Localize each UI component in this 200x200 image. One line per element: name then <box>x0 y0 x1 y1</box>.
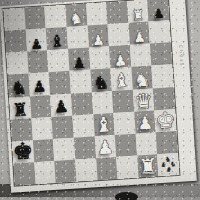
square-g1: ♜ <box>137 154 159 177</box>
white-pawn-g7: ♟ <box>133 30 146 44</box>
square-f4 <box>112 89 134 112</box>
white-pawn-f6: ♟ <box>113 53 127 68</box>
black-king-a2: ♚ <box>12 139 34 163</box>
black-rook-a4: ♜ <box>12 100 29 119</box>
chessboard-photo: ♞♜♟♟♝♟♟♟♟♞♟♞♝♞♜♟♛♝♟♚♚♟♜♞♞♞♞ Chess <box>0 0 200 200</box>
square-a8 <box>3 8 25 31</box>
square-d3 <box>72 114 94 137</box>
white-queen-g4: ♛ <box>134 90 153 111</box>
square-b4 <box>30 95 52 118</box>
square-f3 <box>113 111 135 134</box>
black-pawn-b5: ♟ <box>32 79 47 95</box>
square-h7 <box>149 20 171 43</box>
white-pawn-g3: ♟ <box>137 115 154 133</box>
square-d6: ♟ <box>68 48 90 71</box>
black-pawn-d6: ♟ <box>72 56 86 71</box>
square-b2 <box>32 139 54 162</box>
square-d7 <box>67 26 89 49</box>
square-f1 <box>116 155 138 178</box>
black-pawn-c4: ♟ <box>53 99 69 116</box>
black-knight-a5: ♞ <box>10 78 27 97</box>
square-g5: ♞ <box>131 66 153 89</box>
white-pawn-e7: ♟ <box>92 33 105 47</box>
square-g3: ♟ <box>134 110 156 133</box>
square-h5 <box>152 65 174 88</box>
square-c3 <box>52 115 74 138</box>
square-h2 <box>156 131 178 154</box>
square-b8 <box>24 6 46 29</box>
square-c2 <box>53 137 75 160</box>
square-h6 <box>150 42 172 65</box>
white-rook-g1: ♜ <box>138 155 158 177</box>
board-grid: ♞♜♟♟♝♟♟♟♟♞♟♞♝♞♜♟♛♝♟♚♚♟♜♞♞♞♞ <box>3 0 179 186</box>
square-e3: ♝ <box>93 113 115 136</box>
square-f5: ♝ <box>111 67 133 90</box>
square-h8: ♟ <box>147 0 169 22</box>
square-b3 <box>31 117 53 140</box>
corner-knight-emblem: ♞♞♞♞ <box>160 157 176 174</box>
square-a4: ♜ <box>9 96 31 119</box>
square-c4: ♟ <box>50 93 72 116</box>
square-d5 <box>69 70 91 93</box>
white-bishop-e3: ♝ <box>94 114 114 136</box>
white-pawn-e2: ♟ <box>97 139 115 158</box>
square-f2 <box>115 133 137 156</box>
white-bishop-f5: ♝ <box>113 71 131 90</box>
white-king-h3: ♚ <box>155 109 176 132</box>
square-e8 <box>86 2 108 25</box>
square-c6 <box>47 49 69 72</box>
square-f7 <box>108 23 130 46</box>
board-brand-text: Chess <box>178 44 189 114</box>
square-e6 <box>89 46 111 69</box>
chessboard: ♞♜♟♟♝♟♟♟♟♞♟♞♝♞♜♟♛♝♟♚♚♟♜♞♞♞♞ Chess <box>0 0 197 193</box>
square-c8 <box>45 5 67 28</box>
black-knight-e5: ♞ <box>92 73 109 92</box>
square-h3: ♚ <box>155 109 177 132</box>
square-b1 <box>34 161 56 184</box>
square-e2: ♟ <box>94 135 116 158</box>
square-a3 <box>10 118 32 141</box>
square-e7: ♟ <box>87 24 109 47</box>
square-d8: ♞ <box>65 4 87 27</box>
black-bishop-c7: ♝ <box>49 33 65 50</box>
square-a2: ♚ <box>12 140 34 163</box>
captured-piece <box>115 192 138 200</box>
square-a1 <box>13 162 35 185</box>
square-g8: ♜ <box>127 0 149 23</box>
black-pawn-b7: ♟ <box>30 37 43 51</box>
square-c1 <box>55 159 77 182</box>
square-h4 <box>153 87 175 110</box>
white-knight-g5: ♞ <box>134 70 151 89</box>
emblem-knight-icon: ♞ <box>165 166 172 173</box>
square-e1 <box>96 157 118 180</box>
white-knight-d8: ♞ <box>69 11 83 27</box>
square-g6 <box>130 44 152 67</box>
square-f8 <box>106 1 128 24</box>
square-a6 <box>6 52 28 75</box>
square-b7: ♟ <box>25 28 47 51</box>
square-b5: ♟ <box>28 73 50 96</box>
square-f6: ♟ <box>109 45 131 68</box>
square-b6 <box>27 50 49 73</box>
square-c7: ♝ <box>46 27 68 50</box>
square-d2 <box>74 136 96 159</box>
square-g2 <box>135 132 157 155</box>
square-e5: ♞ <box>90 69 112 92</box>
square-d4 <box>71 92 93 115</box>
white-rook-g8: ♜ <box>131 8 144 23</box>
square-g7: ♟ <box>128 22 150 45</box>
square-e4 <box>91 91 113 114</box>
square-h1: ♞♞♞♞ <box>157 153 179 176</box>
square-a7 <box>5 30 27 53</box>
black-pawn-h8: ♟ <box>153 8 165 21</box>
square-g4: ♛ <box>133 88 155 111</box>
square-d1 <box>75 158 97 181</box>
square-a5: ♞ <box>8 74 30 97</box>
square-c5 <box>49 71 71 94</box>
